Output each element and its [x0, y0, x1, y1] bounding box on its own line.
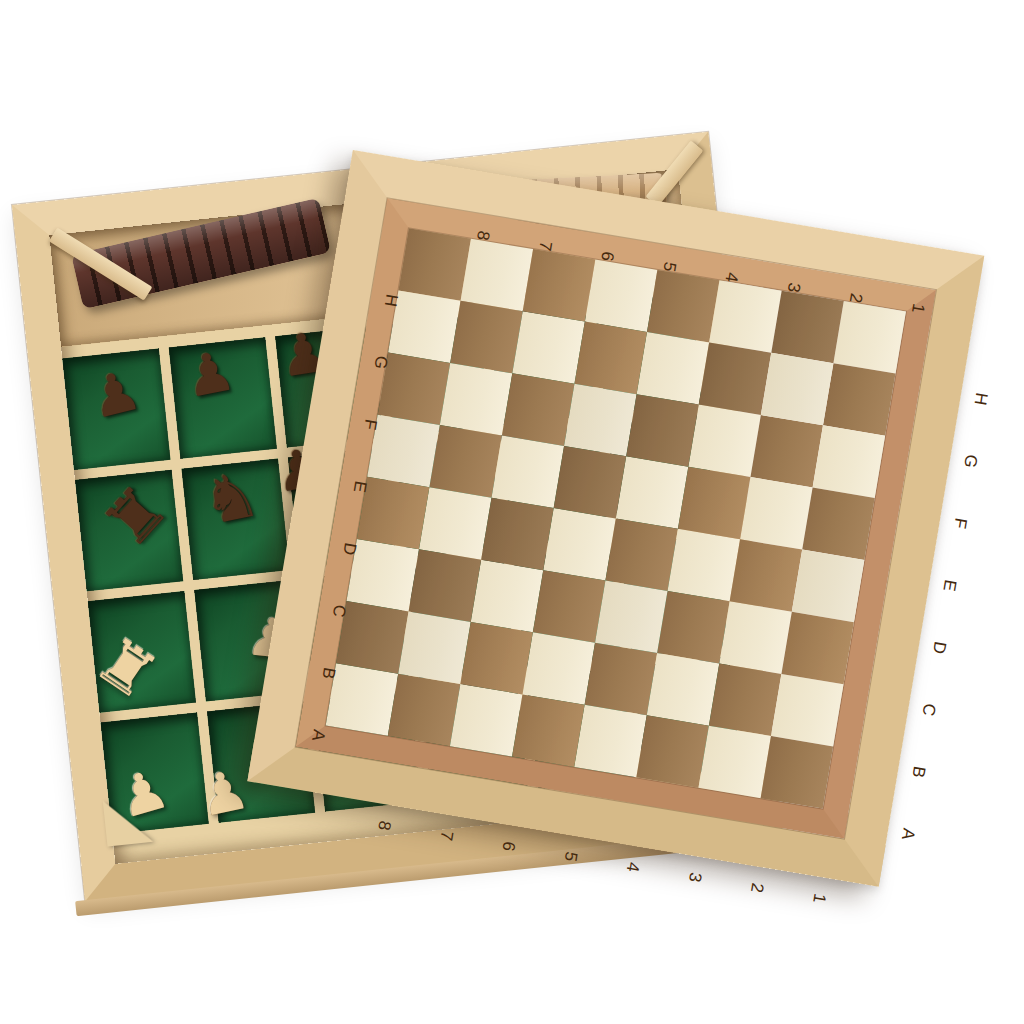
square-B5[interactable] [522, 632, 595, 705]
coord-top-5: 5 [654, 253, 684, 281]
square-G4[interactable] [637, 332, 710, 405]
coord-right-B: B [903, 757, 933, 785]
square-E5[interactable] [554, 446, 627, 519]
coord-bottom-5: 5 [555, 843, 585, 871]
coord-top-7: 7 [529, 232, 559, 260]
coord-top-2: 2 [840, 284, 870, 312]
square-E1[interactable] [802, 487, 875, 560]
square-C1[interactable] [781, 612, 854, 685]
coord-bottom-6: 6 [493, 832, 523, 860]
piece-dark-pawn[interactable]: ♟ [176, 340, 244, 408]
coord-left-G: G [366, 348, 396, 376]
square-E4[interactable] [616, 456, 689, 529]
coord-top-8: 8 [467, 222, 497, 250]
square-H5[interactable] [585, 259, 658, 332]
square-D3[interactable] [668, 529, 741, 602]
square-A4[interactable] [574, 705, 647, 778]
square-H7[interactable] [461, 239, 534, 312]
square-C4[interactable] [595, 581, 668, 654]
coord-bottom-1: 1 [804, 884, 834, 912]
coord-right-G: G [955, 447, 985, 475]
square-F7[interactable] [440, 363, 513, 436]
square-F3[interactable] [688, 405, 761, 478]
square-F2[interactable] [750, 415, 823, 488]
square-H1[interactable] [833, 301, 906, 374]
coord-top-4: 4 [716, 263, 746, 291]
square-A5[interactable] [512, 694, 585, 767]
square-B7[interactable] [398, 612, 471, 685]
square-C7[interactable] [409, 549, 482, 622]
coord-bottom-3: 3 [679, 863, 709, 891]
square-B3[interactable] [647, 653, 720, 726]
square-E2[interactable] [740, 477, 813, 550]
square-A7[interactable] [388, 674, 461, 747]
square-B1[interactable] [771, 674, 844, 747]
coord-left-A: A [303, 721, 333, 749]
coord-right-E: E [935, 571, 965, 599]
square-D4[interactable] [605, 518, 678, 591]
square-D6[interactable] [481, 498, 554, 571]
square-F5[interactable] [564, 384, 637, 457]
coord-bottom-7: 7 [431, 822, 461, 850]
square-B6[interactable] [460, 622, 533, 695]
coord-right-C: C [914, 695, 944, 723]
piece-light-pawn[interactable]: ♟ [189, 759, 258, 828]
chess-board[interactable]: 8765432187654321HGFEDCBAHGFEDCBA [247, 150, 984, 887]
coord-left-D: D [334, 534, 364, 562]
coord-right-A: A [893, 819, 923, 847]
coord-left-C: C [324, 596, 354, 624]
square-C5[interactable] [533, 570, 606, 643]
square-G3[interactable] [699, 342, 772, 415]
coord-top-6: 6 [592, 242, 622, 270]
square-F1[interactable] [813, 425, 886, 498]
square-E3[interactable] [678, 467, 751, 540]
square-G1[interactable] [823, 363, 896, 436]
coord-top-1: 1 [902, 294, 932, 322]
square-E6[interactable] [492, 435, 565, 508]
coord-left-B: B [314, 659, 344, 687]
square-D2[interactable] [730, 539, 803, 612]
square-D1[interactable] [792, 550, 865, 623]
board-squares [326, 228, 906, 808]
coord-top-3: 3 [778, 273, 808, 301]
coord-bottom-8: 8 [369, 811, 399, 839]
coord-right-F: F [945, 509, 975, 537]
square-H2[interactable] [771, 291, 844, 364]
square-A6[interactable] [450, 684, 523, 757]
piece-dark-knight[interactable]: ♞ [192, 460, 270, 538]
coord-right-H: H [966, 385, 996, 413]
square-G2[interactable] [761, 353, 834, 426]
square-F4[interactable] [626, 394, 699, 467]
square-E7[interactable] [429, 425, 502, 498]
square-B2[interactable] [709, 663, 782, 736]
coord-left-F: F [355, 410, 385, 438]
coord-bottom-2: 2 [741, 874, 771, 902]
square-C6[interactable] [471, 560, 544, 633]
square-A1[interactable] [761, 736, 834, 809]
square-G7[interactable] [450, 301, 523, 374]
square-H6[interactable] [523, 249, 596, 322]
square-B4[interactable] [585, 643, 658, 716]
square-G5[interactable] [574, 322, 647, 395]
coord-left-H: H [376, 286, 406, 314]
square-A2[interactable] [698, 726, 771, 799]
square-H3[interactable] [709, 280, 782, 353]
square-H4[interactable] [647, 270, 720, 343]
coord-right-D: D [924, 633, 954, 661]
square-D7[interactable] [419, 487, 492, 560]
scene: ♟♟♟♜♞♟♜♟♟♟ 8765432187654321HGFEDCBAHGFED… [0, 0, 1024, 1024]
square-G6[interactable] [512, 311, 585, 384]
coord-left-E: E [345, 472, 375, 500]
square-H8[interactable] [398, 228, 471, 301]
square-D5[interactable] [543, 508, 616, 581]
square-F6[interactable] [502, 373, 575, 446]
square-C3[interactable] [657, 591, 730, 664]
square-C2[interactable] [719, 601, 792, 674]
coord-bottom-4: 4 [617, 853, 647, 881]
square-A3[interactable] [636, 715, 709, 788]
